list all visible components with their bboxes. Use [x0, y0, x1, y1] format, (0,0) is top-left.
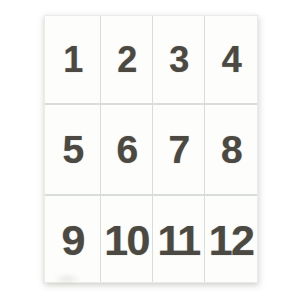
card-number: 1: [63, 42, 82, 78]
card-9: 9: [45, 196, 100, 282]
card-7: 7: [153, 105, 204, 194]
card-number: 3: [169, 42, 188, 78]
card-grid: 1 2 3 4 5 6 7 8 9 10 11 12: [45, 16, 257, 282]
card-11: 11: [153, 196, 204, 282]
card-number: 10: [104, 217, 148, 262]
card-number: 5: [62, 130, 82, 169]
card-sheet: 1 2 3 4 5 6 7 8 9 10 11 12: [44, 15, 258, 283]
card-number: 2: [117, 42, 136, 78]
card-1: 1: [45, 16, 100, 103]
card-number: 9: [61, 217, 83, 262]
card-number: 12: [209, 217, 253, 262]
card-4: 4: [205, 16, 257, 103]
card-6: 6: [101, 105, 152, 194]
card-number: 4: [222, 42, 241, 78]
card-10: 10: [101, 196, 152, 282]
card-12: 12: [205, 196, 257, 282]
card-3: 3: [153, 16, 204, 103]
card-2: 2: [101, 16, 152, 103]
card-5: 5: [45, 105, 100, 194]
photo-backdrop: 1 2 3 4 5 6 7 8 9 10 11 12: [0, 0, 300, 300]
card-number: 8: [221, 130, 241, 169]
card-number: 6: [116, 130, 136, 169]
card-8: 8: [205, 105, 257, 194]
card-number: 11: [157, 217, 199, 262]
card-number: 7: [168, 130, 188, 169]
